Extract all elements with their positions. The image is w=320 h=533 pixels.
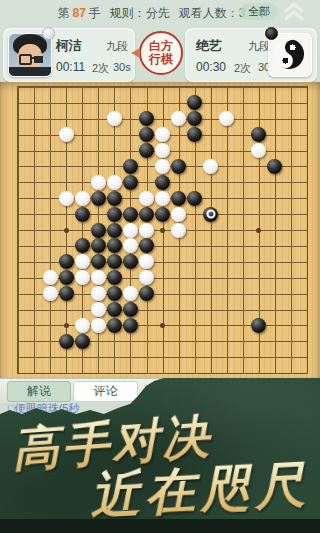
stone-black [107,191,122,206]
move-suffix: 手 [89,5,101,22]
star-point [64,323,69,328]
black-stone-icon [265,27,278,40]
stone-white [155,127,170,142]
tab-comments[interactable]: 评论 [73,381,138,402]
stone-white [251,143,266,158]
stone-white [171,223,186,238]
stone-white [91,286,106,301]
stone-black [91,223,106,238]
stone-white [139,223,154,238]
stone-black [107,302,122,317]
stone-white [123,238,138,253]
stone-white [75,318,90,333]
stone-black [267,159,282,174]
stone-black [155,207,170,222]
stone-white [171,207,186,222]
goban-wood [0,82,320,378]
stone-black [123,318,138,333]
byoyomi-periods: 2次 [92,61,109,76]
stone-white [155,143,170,158]
avatar-glasses [19,54,32,65]
stone-black [107,223,122,238]
stone-black [75,334,90,349]
stone-black [91,254,106,269]
stone-white [43,286,58,301]
stone-black [187,191,202,206]
player-name: 绝艺 [196,37,222,55]
stone-black [107,270,122,285]
go-app-window: 第87手 规则：分先 观看人数：3 柯洁 九段 00:11 2次 30s 白方 … [0,0,320,533]
star-point [160,323,165,328]
stone-white [155,159,170,174]
stone-black [59,254,74,269]
stone-white [43,270,58,285]
stone-black [123,254,138,269]
stone-white [139,254,154,269]
stone-white [155,191,170,206]
stone-white [59,191,74,206]
bottom-dark-strip [0,519,320,533]
stone-black [59,270,74,285]
player-rank: 九段 [248,39,270,54]
stone-white [203,159,218,174]
stone-white [139,270,154,285]
player-rank: 九段 [106,39,128,54]
tab-commentary[interactable]: 解说 [7,381,71,402]
stone-black [59,334,74,349]
stone-black [187,111,202,126]
promo-calligraphy-line2: 近在咫尺 [88,451,311,529]
stone-white [123,286,138,301]
player-name: 柯洁 [56,37,82,55]
stone-black [123,175,138,190]
viewers-label: 观看人数：3 [179,5,246,22]
stone-black [139,207,154,222]
stone-black [251,318,266,333]
stone-white [91,270,106,285]
stone-white [91,302,106,317]
move-number: 87 [72,6,85,20]
stone-black [123,159,138,174]
player-card-white: 柯洁 九段 00:11 2次 30s [3,28,135,82]
stone-white [75,270,90,285]
turn-pointer-icon [131,48,140,58]
stone-black [107,238,122,253]
star-point [160,228,165,233]
stone-black [75,207,90,222]
player-clock: 00:30 [196,60,226,74]
white-stone-icon [42,27,55,40]
move-prefix: 第 [57,5,69,22]
seal-text-2: 行棋 [149,53,173,66]
stone-white [123,223,138,238]
stone-black [91,191,106,206]
stone-black [139,238,154,253]
stone-black [59,286,74,301]
stone-white [171,111,186,126]
stone-black [123,302,138,317]
stone-white [59,127,74,142]
stone-black [171,191,186,206]
byoyomi-seconds: 30s [113,61,131,73]
byoyomi-periods: 2次 [234,61,251,76]
double-chevron-up-icon[interactable] [283,1,305,26]
stone-last-move [203,207,218,222]
stone-black [155,175,170,190]
stone-black [251,127,266,142]
stone-black [187,127,202,142]
filter-all-pill[interactable]: 全部 [240,3,278,20]
stone-black [75,238,90,253]
star-point [256,228,261,233]
stone-black [107,207,122,222]
stone-black [107,286,122,301]
player-clock: 00:11 [56,60,85,74]
stone-black [91,238,106,253]
stone-black [107,318,122,333]
stone-black [123,207,138,222]
stone-white [219,111,234,126]
turn-indicator-seal: 白方 行棋 [139,31,183,75]
stone-white [91,175,106,190]
go-board[interactable] [17,86,308,374]
stone-black [139,127,154,142]
avatar-shoulder [9,67,51,76]
stone-white [107,175,122,190]
stone-white [75,254,90,269]
yin-yang-icon [269,34,310,75]
stone-black [171,159,186,174]
stone-white [75,191,90,206]
stone-black [139,143,154,158]
star-point [64,228,69,233]
player-card-black: 绝艺 九段 00:30 2次 30s [185,28,317,82]
stone-black [139,286,154,301]
stone-white [91,318,106,333]
stone-white [139,191,154,206]
avatar-jueyi-ai[interactable] [268,33,312,77]
stone-black [187,95,202,110]
stone-black [139,111,154,126]
stone-white [107,111,122,126]
stone-black [107,254,122,269]
rule-label: 规则：分先 [110,5,170,22]
